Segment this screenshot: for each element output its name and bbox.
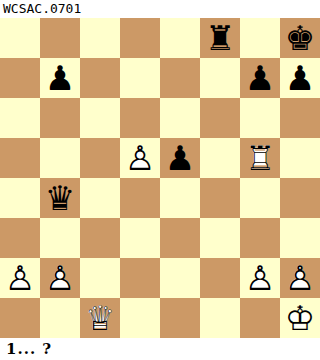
square-h2[interactable]: ♟♙ <box>280 258 320 298</box>
square-c7[interactable] <box>80 58 120 98</box>
chess-board: ♜♚♟♟♟♟♙♟♜♖♛♟♙♟♙♟♙♟♙♛♕♚♔ <box>0 18 320 338</box>
piece-wP-fill: ♟ <box>240 258 280 298</box>
square-e8[interactable] <box>160 18 200 58</box>
square-a2[interactable]: ♟♙ <box>0 258 40 298</box>
square-f6[interactable] <box>200 98 240 138</box>
square-b8[interactable] <box>40 18 80 58</box>
square-g2[interactable]: ♟♙ <box>240 258 280 298</box>
piece-bQ: ♛ <box>40 178 80 218</box>
piece-wQ: ♕ <box>80 298 120 338</box>
square-h4[interactable] <box>280 178 320 218</box>
piece-wP: ♙ <box>240 258 280 298</box>
square-c4[interactable] <box>80 178 120 218</box>
square-g6[interactable] <box>240 98 280 138</box>
square-e1[interactable] <box>160 298 200 338</box>
square-d3[interactable] <box>120 218 160 258</box>
square-g5[interactable]: ♜♖ <box>240 138 280 178</box>
piece-wP-fill: ♟ <box>120 138 160 178</box>
square-g8[interactable] <box>240 18 280 58</box>
piece-bP: ♟ <box>240 58 280 98</box>
piece-wP: ♙ <box>40 258 80 298</box>
square-f8[interactable]: ♜ <box>200 18 240 58</box>
square-b3[interactable] <box>40 218 80 258</box>
square-g7[interactable]: ♟ <box>240 58 280 98</box>
square-e2[interactable] <box>160 258 200 298</box>
piece-wP-fill: ♟ <box>40 258 80 298</box>
piece-bR: ♜ <box>200 18 240 58</box>
square-h1[interactable]: ♚♔ <box>280 298 320 338</box>
square-b5[interactable] <box>40 138 80 178</box>
piece-bP: ♟ <box>40 58 80 98</box>
square-f2[interactable] <box>200 258 240 298</box>
chess-program-window: WCSAC.0701 ♜♚♟♟♟♟♙♟♜♖♛♟♙♟♙♟♙♟♙♛♕♚♔ 1... … <box>0 0 320 360</box>
square-c3[interactable] <box>80 218 120 258</box>
square-b1[interactable] <box>40 298 80 338</box>
piece-wP: ♙ <box>280 258 320 298</box>
square-b2[interactable]: ♟♙ <box>40 258 80 298</box>
square-h8[interactable]: ♚ <box>280 18 320 58</box>
square-a7[interactable] <box>0 58 40 98</box>
piece-wQ-fill: ♛ <box>80 298 120 338</box>
square-a8[interactable] <box>0 18 40 58</box>
square-c8[interactable] <box>80 18 120 58</box>
square-d7[interactable] <box>120 58 160 98</box>
window-title: WCSAC.0701 <box>3 0 81 18</box>
square-a5[interactable] <box>0 138 40 178</box>
square-e5[interactable]: ♟ <box>160 138 200 178</box>
square-d5[interactable]: ♟♙ <box>120 138 160 178</box>
square-h5[interactable] <box>280 138 320 178</box>
piece-bK: ♚ <box>280 18 320 58</box>
piece-wR: ♖ <box>240 138 280 178</box>
square-h7[interactable]: ♟ <box>280 58 320 98</box>
square-a4[interactable] <box>0 178 40 218</box>
square-f4[interactable] <box>200 178 240 218</box>
square-d8[interactable] <box>120 18 160 58</box>
square-d1[interactable] <box>120 298 160 338</box>
square-c2[interactable] <box>80 258 120 298</box>
square-f1[interactable] <box>200 298 240 338</box>
square-c1[interactable]: ♛♕ <box>80 298 120 338</box>
piece-wR-fill: ♜ <box>240 138 280 178</box>
square-f7[interactable] <box>200 58 240 98</box>
piece-wP-fill: ♟ <box>280 258 320 298</box>
square-e6[interactable] <box>160 98 200 138</box>
square-h3[interactable] <box>280 218 320 258</box>
square-a3[interactable] <box>0 218 40 258</box>
piece-bP: ♟ <box>280 58 320 98</box>
square-a1[interactable] <box>0 298 40 338</box>
square-a6[interactable] <box>0 98 40 138</box>
square-f5[interactable] <box>200 138 240 178</box>
square-d6[interactable] <box>120 98 160 138</box>
move-prompt: 1... ? <box>6 340 52 358</box>
square-g3[interactable] <box>240 218 280 258</box>
piece-wK-fill: ♚ <box>280 298 320 338</box>
square-h6[interactable] <box>280 98 320 138</box>
square-e3[interactable] <box>160 218 200 258</box>
square-f3[interactable] <box>200 218 240 258</box>
piece-bP: ♟ <box>160 138 200 178</box>
square-d4[interactable] <box>120 178 160 218</box>
square-d2[interactable] <box>120 258 160 298</box>
square-c6[interactable] <box>80 98 120 138</box>
piece-wP: ♙ <box>0 258 40 298</box>
title-bar: WCSAC.0701 <box>0 0 320 18</box>
square-b4[interactable]: ♛ <box>40 178 80 218</box>
piece-wK: ♔ <box>280 298 320 338</box>
piece-wP-fill: ♟ <box>0 258 40 298</box>
square-c5[interactable] <box>80 138 120 178</box>
square-g4[interactable] <box>240 178 280 218</box>
square-e7[interactable] <box>160 58 200 98</box>
status-bar: 1... ? <box>0 338 320 360</box>
square-b7[interactable]: ♟ <box>40 58 80 98</box>
square-g1[interactable] <box>240 298 280 338</box>
square-e4[interactable] <box>160 178 200 218</box>
square-b6[interactable] <box>40 98 80 138</box>
piece-wP: ♙ <box>120 138 160 178</box>
